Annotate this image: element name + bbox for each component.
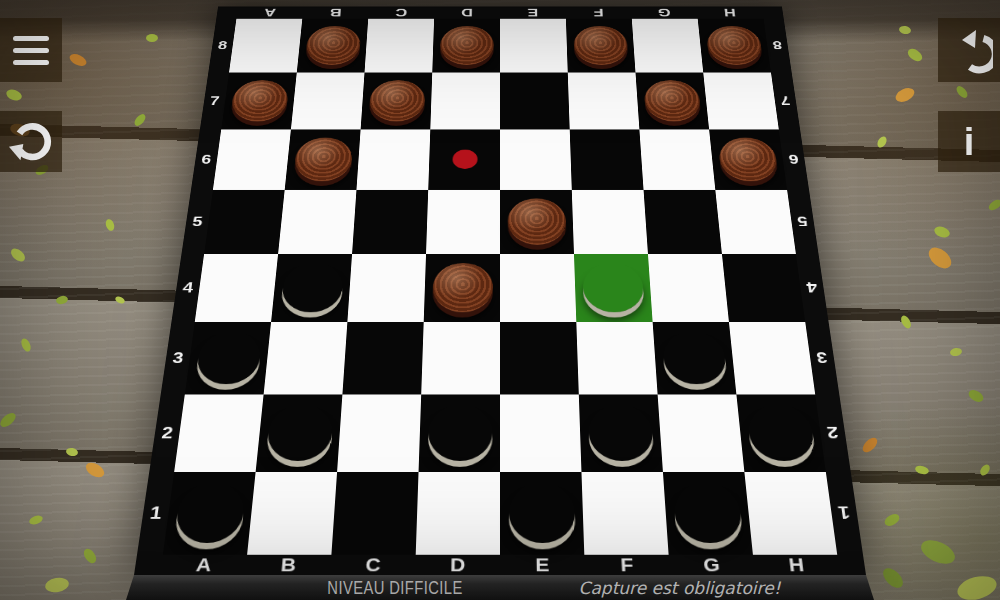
- light-checker-e1[interactable]: [508, 483, 575, 543]
- square-d6[interactable]: [428, 129, 500, 189]
- square-e2: [500, 394, 581, 471]
- square-b1: [247, 472, 337, 555]
- light-checker-f4[interactable]: [582, 263, 645, 312]
- rotate-icon: [8, 119, 54, 165]
- light-checker-g3[interactable]: [661, 332, 728, 384]
- square-g3[interactable]: [653, 322, 737, 395]
- dark-checker-a7[interactable]: [229, 80, 289, 121]
- square-f6[interactable]: [570, 129, 644, 189]
- dark-checker-d4[interactable]: [432, 263, 493, 312]
- undo-button[interactable]: [938, 18, 1000, 82]
- square-h7: [703, 73, 779, 130]
- square-b7: [291, 73, 365, 130]
- square-g5[interactable]: [644, 190, 722, 254]
- game-screen: ABCDEFGH ABCDEFGH 87654321 87654321 NIVE…: [0, 0, 1000, 600]
- square-f3: [576, 322, 657, 395]
- info-icon: i: [964, 123, 975, 161]
- dark-checker-h8[interactable]: [705, 26, 763, 65]
- difficulty-label: NIVEAU DIFFICILE: [328, 577, 463, 598]
- square-f7: [568, 73, 640, 130]
- square-h8[interactable]: [698, 19, 771, 73]
- menu-button[interactable]: [0, 18, 62, 82]
- light-checker-d2[interactable]: [427, 405, 492, 461]
- square-e8: [500, 19, 568, 73]
- square-h4[interactable]: [722, 254, 805, 322]
- coordinate-label: E: [500, 555, 585, 575]
- square-h6[interactable]: [709, 129, 787, 189]
- file-labels-top: ABCDEFGH: [236, 6, 763, 18]
- coordinate-label: A: [236, 6, 303, 18]
- square-e3[interactable]: [500, 322, 579, 395]
- coordinate-label: C: [368, 6, 434, 18]
- square-d1: [416, 472, 500, 555]
- square-c5[interactable]: [352, 190, 428, 254]
- square-c1[interactable]: [331, 472, 418, 555]
- square-b2[interactable]: [256, 394, 343, 471]
- dark-checker-b8[interactable]: [304, 26, 361, 65]
- checkers-board: ABCDEFGH ABCDEFGH 87654321 87654321: [134, 6, 866, 575]
- board-front-face: NIVEAU DIFFICILE Capture est obligatoire…: [126, 575, 874, 600]
- square-a8: [229, 19, 302, 73]
- light-checker-a3[interactable]: [194, 332, 262, 384]
- file-labels-bottom: ABCDEFGH: [160, 555, 840, 575]
- coordinate-label: D: [415, 555, 500, 575]
- light-checker-g1[interactable]: [672, 483, 743, 543]
- light-checker-b4[interactable]: [280, 263, 344, 312]
- square-e1[interactable]: [500, 472, 584, 555]
- rotate-board-button[interactable]: [0, 111, 62, 172]
- square-h1: [744, 472, 837, 555]
- light-checker-h2[interactable]: [745, 405, 816, 461]
- square-b3: [264, 322, 348, 395]
- square-f1: [581, 472, 668, 555]
- square-d2[interactable]: [419, 394, 500, 471]
- square-g8: [632, 19, 703, 73]
- square-d4[interactable]: [424, 254, 500, 322]
- square-a1[interactable]: [163, 472, 256, 555]
- square-d7: [430, 73, 500, 130]
- undo-icon: [945, 26, 993, 74]
- info-button[interactable]: i: [938, 111, 1000, 172]
- square-b8[interactable]: [297, 19, 368, 73]
- square-g1[interactable]: [663, 472, 753, 555]
- square-a3[interactable]: [185, 322, 271, 395]
- square-g4: [648, 254, 729, 322]
- coordinate-label: D: [434, 6, 500, 18]
- light-checker-f2[interactable]: [587, 405, 654, 461]
- square-h3: [729, 322, 815, 395]
- square-f4[interactable]: [574, 254, 653, 322]
- square-c3[interactable]: [342, 322, 423, 395]
- dark-checker-f8[interactable]: [573, 26, 628, 65]
- square-e7[interactable]: [500, 73, 570, 130]
- square-e5[interactable]: [500, 190, 574, 254]
- square-f2[interactable]: [579, 394, 663, 471]
- dark-checker-e5[interactable]: [507, 198, 566, 244]
- square-e4: [500, 254, 576, 322]
- square-d8[interactable]: [432, 19, 500, 73]
- square-h2[interactable]: [736, 394, 825, 471]
- square-d5: [426, 190, 500, 254]
- square-a5[interactable]: [204, 190, 285, 254]
- coordinate-label: E: [500, 6, 566, 18]
- light-checker-a1[interactable]: [173, 483, 246, 543]
- light-checker-b2[interactable]: [265, 405, 334, 461]
- square-h5: [715, 190, 796, 254]
- coordinate-label: G: [669, 555, 755, 575]
- coordinate-label: A: [160, 555, 247, 575]
- coordinate-label: C: [330, 555, 416, 575]
- square-b4[interactable]: [271, 254, 352, 322]
- coordinate-label: H: [696, 6, 763, 18]
- square-c2: [337, 394, 421, 471]
- hamburger-icon: [13, 36, 49, 65]
- square-c8: [365, 19, 435, 73]
- square-b6[interactable]: [285, 129, 361, 189]
- square-a7[interactable]: [221, 73, 297, 130]
- coordinate-label: H: [753, 555, 840, 575]
- dark-checker-g7[interactable]: [643, 80, 702, 121]
- square-d3: [421, 322, 500, 395]
- square-a2: [174, 394, 263, 471]
- dark-checker-b6[interactable]: [293, 138, 353, 182]
- square-g6: [639, 129, 715, 189]
- dark-checker-c7[interactable]: [368, 80, 425, 121]
- square-b5: [278, 190, 356, 254]
- rule-message: Capture est obligatoire!: [579, 578, 781, 598]
- square-f8[interactable]: [566, 19, 636, 73]
- square-g7[interactable]: [635, 73, 709, 130]
- dark-checker-d8[interactable]: [439, 26, 493, 65]
- coordinate-label: G: [631, 6, 698, 18]
- square-e6: [500, 129, 572, 189]
- square-c6: [356, 129, 430, 189]
- move-hint-dot[interactable]: [452, 150, 477, 169]
- coordinate-label: F: [584, 555, 670, 575]
- coordinate-label: F: [565, 6, 631, 18]
- square-c4: [347, 254, 426, 322]
- coordinate-label: B: [245, 555, 331, 575]
- coordinate-label: B: [302, 6, 369, 18]
- square-a6: [213, 129, 291, 189]
- square-a4: [195, 254, 278, 322]
- square-g2: [658, 394, 745, 471]
- square-f5: [572, 190, 648, 254]
- square-c7[interactable]: [361, 73, 433, 130]
- dark-checker-h6[interactable]: [717, 138, 779, 182]
- board-grid: [163, 19, 837, 555]
